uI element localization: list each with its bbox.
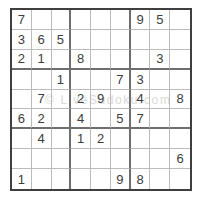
cell-r6c4[interactable]: 4 — [71, 109, 91, 129]
cell-r5c4[interactable]: 2 — [71, 90, 91, 110]
cell-r6c7[interactable]: 7 — [131, 109, 151, 129]
cell-r6c1[interactable]: 6 — [12, 109, 32, 129]
cell-r4c5[interactable] — [91, 70, 111, 90]
sudoku-board: © LiveSudoku.com 79536521831737294862457… — [10, 8, 192, 191]
sudoku-grid: 795365218317372948624574126198 — [12, 10, 190, 189]
cell-r2c8[interactable] — [150, 30, 170, 50]
cell-r9c1[interactable]: 1 — [12, 169, 32, 189]
cell-r8c5[interactable] — [91, 149, 111, 169]
cell-r4c2[interactable] — [32, 70, 52, 90]
cell-r2c5[interactable] — [91, 30, 111, 50]
cell-r5c5[interactable]: 9 — [91, 90, 111, 110]
cell-r9c9[interactable] — [170, 169, 190, 189]
cell-r8c3[interactable] — [52, 149, 72, 169]
cell-r3c1[interactable]: 2 — [12, 50, 32, 70]
cell-r9c8[interactable] — [150, 169, 170, 189]
cell-r3c7[interactable] — [131, 50, 151, 70]
cell-r4c1[interactable] — [12, 70, 32, 90]
cell-r1c7[interactable]: 9 — [131, 10, 151, 30]
cell-r5c1[interactable] — [12, 90, 32, 110]
cell-r1c5[interactable] — [91, 10, 111, 30]
cell-r7c3[interactable] — [52, 129, 72, 149]
cell-r8c6[interactable] — [111, 149, 131, 169]
cell-r7c5[interactable]: 2 — [91, 129, 111, 149]
cell-r2c4[interactable] — [71, 30, 91, 50]
cell-r8c2[interactable] — [32, 149, 52, 169]
cell-r5c6[interactable] — [111, 90, 131, 110]
cell-r2c1[interactable]: 3 — [12, 30, 32, 50]
cell-r7c2[interactable]: 4 — [32, 129, 52, 149]
cell-r1c3[interactable] — [52, 10, 72, 30]
cell-r3c2[interactable]: 1 — [32, 50, 52, 70]
cell-r7c8[interactable] — [150, 129, 170, 149]
cell-r4c9[interactable] — [170, 70, 190, 90]
cell-r9c7[interactable]: 8 — [131, 169, 151, 189]
cell-r9c2[interactable] — [32, 169, 52, 189]
cell-r2c6[interactable] — [111, 30, 131, 50]
cell-r4c6[interactable]: 7 — [111, 70, 131, 90]
cell-r2c3[interactable]: 5 — [52, 30, 72, 50]
cell-r1c4[interactable] — [71, 10, 91, 30]
cell-r7c7[interactable] — [131, 129, 151, 149]
cell-r2c9[interactable] — [170, 30, 190, 50]
cell-r1c6[interactable] — [111, 10, 131, 30]
cell-r3c5[interactable] — [91, 50, 111, 70]
cell-r1c2[interactable] — [32, 10, 52, 30]
cell-r9c4[interactable] — [71, 169, 91, 189]
cell-r4c7[interactable]: 3 — [131, 70, 151, 90]
cell-r9c6[interactable]: 9 — [111, 169, 131, 189]
cell-r1c8[interactable]: 5 — [150, 10, 170, 30]
cell-r2c7[interactable] — [131, 30, 151, 50]
cell-r3c6[interactable] — [111, 50, 131, 70]
cell-r5c3[interactable] — [52, 90, 72, 110]
cell-r4c8[interactable] — [150, 70, 170, 90]
cell-r1c1[interactable]: 7 — [12, 10, 32, 30]
cell-r5c7[interactable]: 4 — [131, 90, 151, 110]
cell-r6c5[interactable] — [91, 109, 111, 129]
cell-r3c4[interactable]: 8 — [71, 50, 91, 70]
cell-r3c9[interactable] — [170, 50, 190, 70]
cell-r8c4[interactable] — [71, 149, 91, 169]
cell-r3c3[interactable] — [52, 50, 72, 70]
cell-r4c3[interactable]: 1 — [52, 70, 72, 90]
cell-r9c3[interactable] — [52, 169, 72, 189]
cell-r9c5[interactable] — [91, 169, 111, 189]
cell-r6c8[interactable] — [150, 109, 170, 129]
cell-r8c7[interactable] — [131, 149, 151, 169]
cell-r5c8[interactable] — [150, 90, 170, 110]
cell-r6c2[interactable]: 2 — [32, 109, 52, 129]
cell-r3c8[interactable]: 3 — [150, 50, 170, 70]
cell-r8c8[interactable] — [150, 149, 170, 169]
cell-r8c9[interactable]: 6 — [170, 149, 190, 169]
cell-r7c9[interactable] — [170, 129, 190, 149]
cell-r2c2[interactable]: 6 — [32, 30, 52, 50]
cell-r6c6[interactable]: 5 — [111, 109, 131, 129]
cell-r6c3[interactable] — [52, 109, 72, 129]
cell-r5c9[interactable]: 8 — [170, 90, 190, 110]
cell-r8c1[interactable] — [12, 149, 32, 169]
cell-r7c6[interactable] — [111, 129, 131, 149]
cell-r5c2[interactable]: 7 — [32, 90, 52, 110]
cell-r7c4[interactable]: 1 — [71, 129, 91, 149]
cell-r7c1[interactable] — [12, 129, 32, 149]
cell-r4c4[interactable] — [71, 70, 91, 90]
cell-r6c9[interactable] — [170, 109, 190, 129]
cell-r1c9[interactable] — [170, 10, 190, 30]
